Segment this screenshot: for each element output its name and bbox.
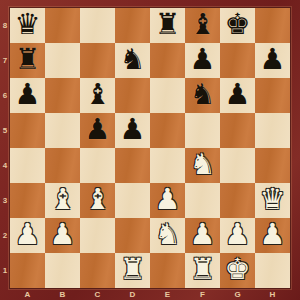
white-rook-f1[interactable]: ♜ [190,255,216,284]
rank-labels: 87654321 [0,8,10,288]
square-c1[interactable] [80,253,115,288]
square-e6[interactable] [150,78,185,113]
square-b8[interactable] [45,8,80,43]
black-rook-e8[interactable]: ♜ [155,10,181,39]
black-king-g8[interactable]: ♚ [225,10,251,39]
square-f5[interactable] [185,113,220,148]
square-c3[interactable]: ♝ [80,183,115,218]
square-c5[interactable]: ♟ [80,113,115,148]
square-b5[interactable] [45,113,80,148]
square-h5[interactable] [255,113,290,148]
square-a3[interactable] [10,183,45,218]
chess-board-frame: ♛♜♝♚♜♞♟♟♟♝♞♟♟♟♞♝♝♟♛♟♟♞♟♟♟♜♜♚ 87654321 AB… [0,0,300,300]
white-queen-h3[interactable]: ♛ [260,185,286,214]
black-rook-a7[interactable]: ♜ [15,45,41,74]
rank-label-6: 6 [0,78,10,113]
square-d8[interactable] [115,8,150,43]
square-f1[interactable]: ♜ [185,253,220,288]
square-c7[interactable] [80,43,115,78]
square-h1[interactable] [255,253,290,288]
white-bishop-b3[interactable]: ♝ [50,185,76,214]
black-pawn-a6[interactable]: ♟ [15,80,41,109]
black-pawn-g6[interactable]: ♟ [225,80,251,109]
square-a5[interactable] [10,113,45,148]
white-rook-d1[interactable]: ♜ [120,255,146,284]
file-label-a: A [10,288,45,300]
file-label-g: G [220,288,255,300]
square-d3[interactable] [115,183,150,218]
white-pawn-b2[interactable]: ♟ [50,220,76,249]
square-e4[interactable] [150,148,185,183]
square-c2[interactable] [80,218,115,253]
square-h3[interactable]: ♛ [255,183,290,218]
square-g2[interactable]: ♟ [220,218,255,253]
black-pawn-f7[interactable]: ♟ [190,45,216,74]
square-e8[interactable]: ♜ [150,8,185,43]
white-pawn-a2[interactable]: ♟ [15,220,41,249]
rank-label-8: 8 [0,8,10,43]
white-knight-e2[interactable]: ♞ [155,220,181,249]
rank-label-3: 3 [0,183,10,218]
square-e7[interactable] [150,43,185,78]
square-d7[interactable]: ♞ [115,43,150,78]
black-bishop-f8[interactable]: ♝ [190,10,216,39]
square-b7[interactable] [45,43,80,78]
square-a4[interactable] [10,148,45,183]
square-c4[interactable] [80,148,115,183]
square-g5[interactable] [220,113,255,148]
file-label-b: B [45,288,80,300]
square-g7[interactable] [220,43,255,78]
square-a7[interactable]: ♜ [10,43,45,78]
white-pawn-h2[interactable]: ♟ [260,220,286,249]
black-queen-a8[interactable]: ♛ [15,10,41,39]
white-bishop-c3[interactable]: ♝ [85,185,111,214]
square-c8[interactable] [80,8,115,43]
file-label-h: H [255,288,290,300]
square-g4[interactable] [220,148,255,183]
file-label-d: D [115,288,150,300]
square-g8[interactable]: ♚ [220,8,255,43]
square-d5[interactable]: ♟ [115,113,150,148]
white-pawn-f2[interactable]: ♟ [190,220,216,249]
square-h6[interactable] [255,78,290,113]
square-b4[interactable] [45,148,80,183]
file-label-c: C [80,288,115,300]
square-f8[interactable]: ♝ [185,8,220,43]
square-e5[interactable] [150,113,185,148]
black-knight-d7[interactable]: ♞ [120,45,146,74]
square-d2[interactable] [115,218,150,253]
square-d1[interactable]: ♜ [115,253,150,288]
square-g6[interactable]: ♟ [220,78,255,113]
rank-label-1: 1 [0,253,10,288]
board: ♛♜♝♚♜♞♟♟♟♝♞♟♟♟♞♝♝♟♛♟♟♞♟♟♟♜♜♚ [10,8,290,288]
file-labels: ABCDEFGH [10,288,290,300]
file-label-f: F [185,288,220,300]
square-h4[interactable] [255,148,290,183]
square-b2[interactable]: ♟ [45,218,80,253]
black-bishop-c6[interactable]: ♝ [85,80,111,109]
square-g3[interactable] [220,183,255,218]
square-h7[interactable]: ♟ [255,43,290,78]
white-knight-f4[interactable]: ♞ [190,150,216,179]
black-pawn-h7[interactable]: ♟ [260,45,286,74]
square-f6[interactable]: ♞ [185,78,220,113]
rank-label-7: 7 [0,43,10,78]
square-e3[interactable]: ♟ [150,183,185,218]
square-b1[interactable] [45,253,80,288]
square-f3[interactable] [185,183,220,218]
black-pawn-d5[interactable]: ♟ [120,115,146,144]
square-g1[interactable]: ♚ [220,253,255,288]
square-f4[interactable]: ♞ [185,148,220,183]
rank-label-2: 2 [0,218,10,253]
white-pawn-g2[interactable]: ♟ [225,220,251,249]
white-pawn-e3[interactable]: ♟ [155,185,181,214]
rank-label-5: 5 [0,113,10,148]
square-a1[interactable] [10,253,45,288]
file-label-e: E [150,288,185,300]
square-d6[interactable] [115,78,150,113]
square-c6[interactable]: ♝ [80,78,115,113]
black-knight-f6[interactable]: ♞ [190,80,216,109]
square-h8[interactable] [255,8,290,43]
square-a8[interactable]: ♛ [10,8,45,43]
black-pawn-c5[interactable]: ♟ [85,115,111,144]
square-f7[interactable]: ♟ [185,43,220,78]
square-b3[interactable]: ♝ [45,183,80,218]
square-e1[interactable] [150,253,185,288]
square-a6[interactable]: ♟ [10,78,45,113]
square-f2[interactable]: ♟ [185,218,220,253]
square-b6[interactable] [45,78,80,113]
square-a2[interactable]: ♟ [10,218,45,253]
square-h2[interactable]: ♟ [255,218,290,253]
rank-label-4: 4 [0,148,10,183]
white-king-g1[interactable]: ♚ [225,255,251,284]
square-e2[interactable]: ♞ [150,218,185,253]
square-d4[interactable] [115,148,150,183]
